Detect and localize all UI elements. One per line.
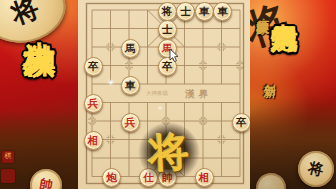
piece-black-車[interactable]: 車	[195, 2, 214, 21]
piece-glyph: 馬	[125, 43, 136, 54]
piece-black-馬[interactable]: 馬	[121, 39, 140, 58]
piece-glyph: 車	[217, 6, 228, 17]
piece-red-相[interactable]: 相	[84, 131, 103, 150]
seal-stamp	[1, 169, 15, 183]
piece-glyph: 士	[180, 6, 191, 17]
piece-black-卒[interactable]: 卒	[158, 57, 177, 76]
right-title: 中炮对屏风马	[270, 2, 299, 8]
piece-glyph: 相	[199, 172, 210, 183]
piece-red-相[interactable]: 相	[195, 168, 214, 187]
piece-glyph: 車	[199, 6, 210, 17]
piece-glyph: 卒	[236, 117, 247, 128]
right-bottom-piece	[254, 171, 288, 189]
right-bottom-piece: 将	[294, 147, 336, 189]
piece-glyph: 馬	[162, 43, 173, 54]
thumbnail-stage: 将 大神象棋 帥 棋	[0, 0, 336, 189]
piece-black-車[interactable]: 車	[121, 76, 140, 95]
piece-black-士[interactable]: 士	[176, 2, 195, 21]
piece-glyph: 卒	[88, 61, 99, 72]
xiangqi-board[interactable]: 漢界 大神象棋 将士車車士馬馬卒卒車兵兵卒相炮仕帥相 将 ✦ ✦	[78, 0, 250, 189]
piece-red-兵[interactable]: 兵	[84, 94, 103, 113]
piece-red-兵[interactable]: 兵	[121, 113, 140, 132]
piece-red-帥[interactable]: 帥	[158, 168, 177, 187]
piece-glyph: 士	[162, 24, 173, 35]
piece-glyph: 車	[125, 80, 136, 91]
piece-glyph: 炮	[106, 172, 117, 183]
corner-wood-piece: 将	[0, 0, 72, 51]
piece-glyph: 兵	[125, 117, 136, 128]
piece-red-馬[interactable]: 馬	[158, 39, 177, 58]
left-title: 大神象棋	[21, 15, 57, 19]
left-bottom-piece: 帥	[27, 166, 64, 189]
river-text: 漢界	[184, 88, 212, 99]
piece-black-車[interactable]: 車	[213, 2, 232, 21]
right-bottom-piece-glyph: 将	[294, 147, 336, 189]
piece-glyph: 卒	[162, 61, 173, 72]
piece-black-将[interactable]: 将	[158, 2, 177, 21]
piece-glyph: 仕	[143, 172, 154, 183]
piece-glyph: 将	[162, 6, 173, 17]
calligraphy-glyph: 将	[250, 0, 296, 59]
river-watermark: 大神象棋	[146, 90, 169, 96]
seal-stamp: 棋	[2, 151, 14, 163]
left-bottom-piece-glyph: 帥	[27, 166, 64, 189]
piece-black-卒[interactable]: 卒	[84, 57, 103, 76]
left-panel: 将 大神象棋 帥 棋	[0, 0, 78, 189]
corner-piece-glyph: 将	[0, 0, 74, 54]
piece-glyph: 帥	[162, 172, 173, 183]
piece-glyph: 相	[88, 135, 99, 146]
piece-red-仕[interactable]: 仕	[139, 168, 158, 187]
piece-black-卒[interactable]: 卒	[232, 113, 251, 132]
piece-red-炮[interactable]: 炮	[102, 168, 121, 187]
right-panel: 将 象棋大师 创新 中炮对屏风马 将	[250, 0, 336, 189]
piece-glyph: 兵	[88, 98, 99, 109]
piece-black-士[interactable]: 士	[158, 20, 177, 39]
